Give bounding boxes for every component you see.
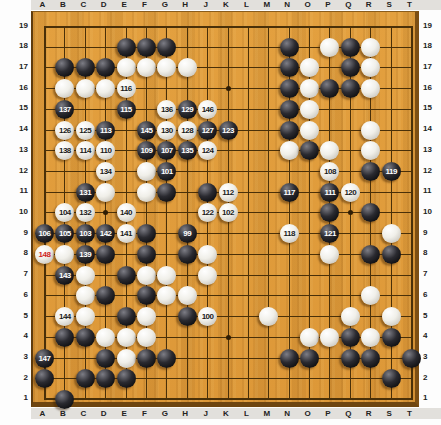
stone-black-Q16[interactable] (341, 79, 360, 98)
stone-white-R6[interactable] (361, 286, 380, 305)
row-label-right: 5 (423, 311, 435, 321)
stone-white-S9[interactable] (382, 224, 401, 243)
stone-black-T3[interactable] (402, 349, 421, 368)
stone-black-R10[interactable] (361, 203, 380, 222)
column-label-top: F (137, 0, 151, 10)
stone-black-N14[interactable] (280, 121, 299, 140)
stone-white-B5[interactable]: 144 (55, 307, 74, 326)
move-number: 125 (79, 126, 91, 135)
row-label-right: 7 (423, 269, 435, 279)
stone-black-F9[interactable] (137, 224, 156, 243)
move-number: 130 (161, 126, 173, 135)
move-number: 114 (80, 146, 91, 155)
stone-black-P9[interactable]: 121 (320, 224, 339, 243)
star-point (348, 210, 353, 215)
column-label-top: D (97, 0, 111, 10)
row-label-left: 4 (16, 331, 28, 341)
stone-black-G18[interactable] (157, 38, 176, 57)
move-number: 136 (161, 105, 173, 114)
stone-white-R16[interactable] (361, 79, 380, 98)
stone-white-R14[interactable] (361, 121, 380, 140)
row-label-left: 9 (16, 228, 28, 238)
column-label-top: H (178, 0, 192, 10)
move-number: 131 (79, 188, 91, 197)
stone-black-D14[interactable]: 113 (96, 121, 115, 140)
row-label-left: 7 (16, 269, 28, 279)
move-number: 143 (59, 271, 71, 280)
move-number: 101 (161, 167, 173, 176)
move-number: 148 (39, 250, 51, 259)
column-label-bottom: P (321, 409, 335, 419)
row-label-left: 5 (16, 311, 28, 321)
grid-line-horizontal (44, 275, 413, 276)
stone-white-N9[interactable]: 118 (280, 224, 299, 243)
move-number: 117 (283, 188, 294, 197)
stone-white-F5[interactable] (137, 307, 156, 326)
stone-white-J10[interactable]: 122 (198, 203, 217, 222)
row-label-right: 10 (423, 207, 435, 217)
move-number: 122 (202, 208, 214, 217)
stone-black-E18[interactable] (117, 38, 136, 57)
stone-black-H13[interactable]: 135 (178, 141, 197, 160)
stone-black-S2[interactable] (382, 369, 401, 388)
row-label-left: 18 (16, 41, 28, 51)
stone-black-B9[interactable]: 105 (55, 224, 74, 243)
stone-black-F14[interactable]: 145 (137, 121, 156, 140)
row-label-left: 14 (16, 124, 28, 134)
stone-white-C6[interactable] (76, 286, 95, 305)
stone-black-E7[interactable] (117, 266, 136, 285)
stone-black-G13[interactable]: 107 (157, 141, 176, 160)
stone-black-E5[interactable] (117, 307, 136, 326)
row-label-right: 2 (423, 373, 435, 383)
stone-black-K14[interactable]: 123 (219, 121, 238, 140)
stone-white-R18[interactable] (361, 38, 380, 57)
stone-white-J7[interactable] (198, 266, 217, 285)
grid-line-vertical (268, 26, 269, 401)
stone-black-B7[interactable]: 143 (55, 266, 74, 285)
move-number: 140 (120, 208, 132, 217)
move-number: 138 (59, 146, 71, 155)
stone-white-C13[interactable]: 114 (76, 141, 95, 160)
move-number: 141 (120, 229, 132, 238)
stone-white-D16[interactable] (96, 79, 115, 98)
column-label-top: E (117, 0, 131, 10)
stone-white-K10[interactable]: 102 (219, 203, 238, 222)
stone-black-R3[interactable] (361, 349, 380, 368)
stone-white-E17[interactable] (117, 58, 136, 77)
stone-white-P4[interactable] (320, 328, 339, 347)
move-number: 116 (120, 84, 131, 93)
column-label-bottom: K (219, 409, 233, 419)
stone-black-C17[interactable] (76, 58, 95, 77)
stone-black-H8[interactable] (178, 245, 197, 264)
move-number: 106 (39, 229, 51, 238)
stone-white-H6[interactable] (178, 286, 197, 305)
row-label-right: 17 (423, 62, 435, 72)
stone-black-O13[interactable] (300, 141, 319, 160)
row-label-right: 9 (423, 228, 435, 238)
stone-white-E3[interactable] (117, 349, 136, 368)
stone-white-C10[interactable]: 132 (76, 203, 95, 222)
stone-black-F8[interactable] (137, 245, 156, 264)
stone-white-H14[interactable]: 128 (178, 121, 197, 140)
column-label-top: M (260, 0, 274, 10)
stone-black-Q18[interactable] (341, 38, 360, 57)
column-label-bottom: M (260, 409, 274, 419)
stone-white-B10[interactable]: 104 (55, 203, 74, 222)
stone-black-G3[interactable] (157, 349, 176, 368)
stone-white-O4[interactable] (300, 328, 319, 347)
move-number: 120 (344, 188, 356, 197)
move-number: 107 (161, 146, 173, 155)
column-label-top: R (362, 0, 376, 10)
row-label-right: 18 (423, 41, 435, 51)
row-label-right: 3 (423, 352, 435, 362)
move-number: 119 (385, 167, 396, 176)
row-label-right: 14 (423, 124, 435, 134)
stone-black-Q4[interactable] (341, 328, 360, 347)
stone-white-F11[interactable] (137, 183, 156, 202)
stone-white-F7[interactable] (137, 266, 156, 285)
stone-white-P8[interactable] (320, 245, 339, 264)
stone-white-A8[interactable]: 148 (35, 245, 54, 264)
stone-black-N11[interactable]: 117 (280, 183, 299, 202)
stone-black-B17[interactable] (55, 58, 74, 77)
column-label-top: C (76, 0, 90, 10)
stone-black-F13[interactable]: 109 (137, 141, 156, 160)
stone-black-F3[interactable] (137, 349, 156, 368)
star-point (226, 335, 231, 340)
stone-black-G11[interactable] (157, 183, 176, 202)
stone-black-P10[interactable] (320, 203, 339, 222)
row-label-right: 13 (423, 145, 435, 155)
stone-white-D12[interactable]: 134 (96, 162, 115, 181)
move-number: 111 (324, 188, 335, 197)
stone-black-A2[interactable] (35, 369, 54, 388)
stone-black-N17[interactable] (280, 58, 299, 77)
stone-black-N18[interactable] (280, 38, 299, 57)
stone-black-S8[interactable] (382, 245, 401, 264)
row-label-right: 8 (423, 248, 435, 258)
stone-black-N15[interactable] (280, 100, 299, 119)
column-label-top: K (219, 0, 233, 10)
stone-black-H5[interactable] (178, 307, 197, 326)
grid-line-horizontal (44, 398, 413, 400)
row-label-left: 16 (16, 83, 28, 93)
row-label-left: 19 (16, 21, 28, 31)
move-number: 128 (181, 126, 193, 135)
stone-white-N13[interactable] (280, 141, 299, 160)
move-number: 145 (141, 126, 153, 135)
row-label-left: 13 (16, 145, 28, 155)
column-label-bottom: L (239, 409, 253, 419)
move-number: 112 (222, 188, 233, 197)
column-label-top: O (301, 0, 315, 10)
move-number: 134 (100, 167, 112, 176)
stone-white-P13[interactable] (320, 141, 339, 160)
row-label-right: 11 (423, 186, 435, 196)
stone-black-N16[interactable] (280, 79, 299, 98)
stone-white-H17[interactable] (178, 58, 197, 77)
column-label-bottom: R (362, 409, 376, 419)
move-number: 108 (324, 167, 336, 176)
move-number: 146 (202, 105, 214, 114)
move-number: 105 (59, 229, 71, 238)
stone-black-D9[interactable]: 142 (96, 224, 115, 243)
column-label-bottom: Q (341, 409, 355, 419)
move-number: 104 (59, 208, 71, 217)
stone-black-S4[interactable] (382, 328, 401, 347)
stone-white-Q5[interactable] (341, 307, 360, 326)
stone-white-J8[interactable] (198, 245, 217, 264)
move-number: 147 (39, 354, 51, 363)
go-game-page: 1161371151361291461261251131451301281271… (0, 0, 441, 425)
column-label-top: N (280, 0, 294, 10)
stone-black-C4[interactable] (76, 328, 95, 347)
stone-white-P18[interactable] (320, 38, 339, 57)
column-label-top: B (56, 0, 70, 10)
stone-black-D3[interactable] (96, 349, 115, 368)
stone-white-K11[interactable]: 112 (219, 183, 238, 202)
column-label-bottom: N (280, 409, 294, 419)
stone-white-E16[interactable]: 116 (117, 79, 136, 98)
row-label-left: 11 (16, 186, 28, 196)
move-number: 129 (181, 105, 193, 114)
column-label-top: G (158, 0, 172, 10)
stone-white-D13[interactable]: 110 (96, 141, 115, 160)
move-number: 127 (202, 126, 214, 135)
stone-white-O16[interactable] (300, 79, 319, 98)
move-number: 142 (100, 229, 112, 238)
stone-black-A3[interactable]: 147 (35, 349, 54, 368)
column-label-bottom: G (158, 409, 172, 419)
stone-white-E10[interactable]: 140 (117, 203, 136, 222)
stone-black-B15[interactable]: 137 (55, 100, 74, 119)
stone-white-C16[interactable] (76, 79, 95, 98)
stone-white-G7[interactable] (157, 266, 176, 285)
stone-white-G14[interactable]: 130 (157, 121, 176, 140)
stone-black-A9[interactable]: 106 (35, 224, 54, 243)
column-label-top: P (321, 0, 335, 10)
move-number: 110 (100, 146, 111, 155)
move-number: 118 (283, 229, 294, 238)
stone-black-E2[interactable] (117, 369, 136, 388)
stone-black-F18[interactable] (137, 38, 156, 57)
row-label-left: 12 (16, 166, 28, 176)
move-number: 121 (324, 229, 336, 238)
stone-black-D6[interactable] (96, 286, 115, 305)
stone-black-P11[interactable]: 111 (320, 183, 339, 202)
move-number: 99 (183, 229, 191, 238)
stone-white-M5[interactable] (259, 307, 278, 326)
stone-white-B14[interactable]: 126 (55, 121, 74, 140)
stone-white-J5[interactable]: 100 (198, 307, 217, 326)
stone-black-C2[interactable] (76, 369, 95, 388)
row-label-left: 10 (16, 207, 28, 217)
stone-white-F12[interactable] (137, 162, 156, 181)
stone-white-G17[interactable] (157, 58, 176, 77)
stone-black-H9[interactable]: 99 (178, 224, 197, 243)
move-number: 139 (79, 250, 91, 259)
move-number: 100 (202, 312, 214, 321)
stone-white-G6[interactable] (157, 286, 176, 305)
stone-white-C7[interactable] (76, 266, 95, 285)
column-label-bottom: T (403, 409, 417, 419)
stone-black-O3[interactable] (300, 349, 319, 368)
column-label-bottom: D (97, 409, 111, 419)
stone-white-P12[interactable]: 108 (320, 162, 339, 181)
stone-black-S12[interactable]: 119 (382, 162, 401, 181)
move-number: 113 (100, 126, 111, 135)
stone-white-S5[interactable] (382, 307, 401, 326)
move-number: 135 (181, 146, 193, 155)
stone-black-J11[interactable] (198, 183, 217, 202)
stone-white-C5[interactable] (76, 307, 95, 326)
column-label-top: L (239, 0, 253, 10)
stone-black-C11[interactable]: 131 (76, 183, 95, 202)
row-label-right: 19 (423, 21, 435, 31)
row-label-right: 1 (423, 393, 435, 403)
row-label-right: 4 (423, 331, 435, 341)
stone-white-O15[interactable] (300, 100, 319, 119)
stone-black-C8[interactable]: 139 (76, 245, 95, 264)
column-label-bottom: F (137, 409, 151, 419)
row-label-left: 1 (16, 393, 28, 403)
move-number: 123 (222, 126, 234, 135)
stone-black-Q3[interactable] (341, 349, 360, 368)
move-number: 115 (120, 105, 131, 114)
row-label-right: 6 (423, 290, 435, 300)
stone-black-B4[interactable] (55, 328, 74, 347)
row-label-left: 3 (16, 352, 28, 362)
stone-black-H15[interactable]: 129 (178, 100, 197, 119)
stone-white-O14[interactable] (300, 121, 319, 140)
stone-black-D8[interactable] (96, 245, 115, 264)
row-label-left: 2 (16, 373, 28, 383)
stone-white-F17[interactable] (137, 58, 156, 77)
stone-black-Q17[interactable] (341, 58, 360, 77)
move-number: 137 (59, 105, 71, 114)
star-point (226, 86, 231, 91)
column-label-top: Q (341, 0, 355, 10)
stone-white-D11[interactable] (96, 183, 115, 202)
column-label-bottom: J (199, 409, 213, 419)
stone-black-R8[interactable] (361, 245, 380, 264)
move-number: 102 (222, 208, 234, 217)
row-label-left: 8 (16, 248, 28, 258)
move-number: 144 (59, 312, 71, 321)
star-point (103, 210, 108, 215)
stone-black-D2[interactable] (96, 369, 115, 388)
column-label-top: J (199, 0, 213, 10)
row-label-right: 12 (423, 166, 435, 176)
top-coordinate-strip (31, 0, 441, 10)
move-number: 126 (59, 126, 71, 135)
move-number: 132 (79, 208, 91, 217)
grid-line-vertical (411, 26, 413, 401)
stone-white-E9[interactable]: 141 (117, 224, 136, 243)
column-label-top: A (36, 0, 50, 10)
stone-black-D17[interactable] (96, 58, 115, 77)
stone-white-E4[interactable] (117, 328, 136, 347)
row-label-left: 15 (16, 103, 28, 113)
grid-line-vertical (248, 26, 249, 401)
column-label-bottom: H (178, 409, 192, 419)
column-label-bottom: O (301, 409, 315, 419)
move-number: 109 (141, 146, 153, 155)
stone-white-B16[interactable] (55, 79, 74, 98)
column-label-bottom: A (36, 409, 50, 419)
move-number: 103 (79, 229, 91, 238)
stone-white-B8[interactable] (55, 245, 74, 264)
stone-black-N3[interactable] (280, 349, 299, 368)
stone-white-O17[interactable] (300, 58, 319, 77)
stone-white-R17[interactable] (361, 58, 380, 77)
stone-white-R13[interactable] (361, 141, 380, 160)
stone-white-G15[interactable]: 136 (157, 100, 176, 119)
stone-white-F4[interactable] (137, 328, 156, 347)
column-label-top: S (382, 0, 396, 10)
row-label-right: 16 (423, 83, 435, 93)
stone-black-R12[interactable] (361, 162, 380, 181)
stone-white-R4[interactable] (361, 328, 380, 347)
column-label-bottom: C (76, 409, 90, 419)
stone-black-B1[interactable] (55, 390, 74, 409)
stone-black-F6[interactable] (137, 286, 156, 305)
stone-black-J14[interactable]: 127 (198, 121, 217, 140)
column-label-top: T (403, 0, 417, 10)
bottom-coordinate-strip (31, 408, 441, 419)
row-label-left: 6 (16, 290, 28, 300)
stone-white-J15[interactable]: 146 (198, 100, 217, 119)
go-board[interactable]: 1161371151361291461261251131451301281271… (31, 11, 419, 407)
move-number: 124 (202, 146, 214, 155)
stone-black-G12[interactable]: 101 (157, 162, 176, 181)
stone-white-D4[interactable] (96, 328, 115, 347)
column-label-bottom: E (117, 409, 131, 419)
stone-white-C14[interactable]: 125 (76, 121, 95, 140)
column-label-bottom: S (382, 409, 396, 419)
stone-black-P16[interactable] (320, 79, 339, 98)
stone-black-E15[interactable]: 115 (117, 100, 136, 119)
stone-white-Q11[interactable]: 120 (341, 183, 360, 202)
stone-black-C9[interactable]: 103 (76, 224, 95, 243)
stone-white-J13[interactable]: 124 (198, 141, 217, 160)
column-label-bottom: B (56, 409, 70, 419)
row-label-left: 17 (16, 62, 28, 72)
stone-white-B13[interactable]: 138 (55, 141, 74, 160)
row-label-right: 15 (423, 103, 435, 113)
